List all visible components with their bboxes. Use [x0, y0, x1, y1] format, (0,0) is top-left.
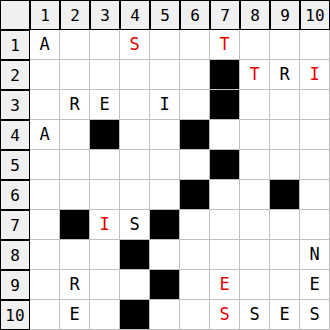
row-header-6: 6	[0, 180, 30, 210]
black-cell-r10c4	[120, 300, 150, 330]
cell-r1c4[interactable]: S	[120, 30, 150, 60]
cell-r6c1[interactable]	[30, 180, 60, 210]
black-cell-r2c7	[210, 60, 240, 90]
cell-r10c1[interactable]	[30, 300, 60, 330]
cell-r1c1[interactable]: A	[30, 30, 60, 60]
cell-r7c7[interactable]	[210, 210, 240, 240]
cell-r5c4[interactable]	[120, 150, 150, 180]
cell-r6c5[interactable]	[150, 180, 180, 210]
cell-r3c9[interactable]	[270, 90, 300, 120]
cell-r3c4[interactable]	[120, 90, 150, 120]
crossword-board: 123456789101AST2TRI3REI4A567IS8N9REE10ES…	[0, 0, 330, 330]
cell-r6c4[interactable]	[120, 180, 150, 210]
cell-r10c5[interactable]	[150, 300, 180, 330]
black-cell-r5c7	[210, 150, 240, 180]
cell-r10c3[interactable]	[90, 300, 120, 330]
cell-r4c2[interactable]	[60, 120, 90, 150]
cell-r2c6[interactable]	[180, 60, 210, 90]
cell-r2c3[interactable]	[90, 60, 120, 90]
cell-r6c10[interactable]	[300, 180, 330, 210]
cell-r2c10[interactable]: I	[300, 60, 330, 90]
cell-r8c10[interactable]: N	[300, 240, 330, 270]
cell-r3c8[interactable]	[240, 90, 270, 120]
row-header-1: 1	[0, 30, 30, 60]
row-header-5: 5	[0, 150, 30, 180]
cell-r8c7[interactable]	[210, 240, 240, 270]
row-header-10: 10	[0, 300, 30, 330]
cell-r10c7[interactable]: S	[210, 300, 240, 330]
col-header-5: 5	[150, 0, 180, 30]
row-header-7: 7	[0, 210, 30, 240]
cell-r4c5[interactable]	[150, 120, 180, 150]
row-header-2: 2	[0, 60, 30, 90]
cell-r9c7[interactable]: E	[210, 270, 240, 300]
cell-r1c6[interactable]	[180, 30, 210, 60]
col-header-2: 2	[60, 0, 90, 30]
cell-r4c9[interactable]	[270, 120, 300, 150]
cell-r7c3[interactable]: I	[90, 210, 120, 240]
cell-r6c8[interactable]	[240, 180, 270, 210]
cell-r8c2[interactable]	[60, 240, 90, 270]
cell-r2c2[interactable]	[60, 60, 90, 90]
cell-r4c4[interactable]	[120, 120, 150, 150]
row-header-4: 4	[0, 120, 30, 150]
cell-r8c6[interactable]	[180, 240, 210, 270]
black-cell-r9c5	[150, 270, 180, 300]
cell-r3c2[interactable]: R	[60, 90, 90, 120]
col-header-3: 3	[90, 0, 120, 30]
cell-r2c8[interactable]: T	[240, 60, 270, 90]
black-cell-r4c6	[180, 120, 210, 150]
cell-r1c5[interactable]	[150, 30, 180, 60]
cell-r7c1[interactable]	[30, 210, 60, 240]
cell-r7c10[interactable]	[300, 210, 330, 240]
black-cell-r8c4	[120, 240, 150, 270]
cell-r8c9[interactable]	[270, 240, 300, 270]
row-header-3: 3	[0, 90, 30, 120]
cell-r9c9[interactable]	[270, 270, 300, 300]
cell-r2c5[interactable]	[150, 60, 180, 90]
cell-r9c2[interactable]: R	[60, 270, 90, 300]
cell-r1c10[interactable]	[300, 30, 330, 60]
corner-cell	[0, 0, 30, 30]
cell-r1c9[interactable]	[270, 30, 300, 60]
cell-r7c6[interactable]	[180, 210, 210, 240]
cell-r9c10[interactable]: E	[300, 270, 330, 300]
cell-r6c3[interactable]	[90, 180, 120, 210]
cell-r5c6[interactable]	[180, 150, 210, 180]
cell-r2c9[interactable]: R	[270, 60, 300, 90]
cell-r5c8[interactable]	[240, 150, 270, 180]
cell-r3c3[interactable]: E	[90, 90, 120, 120]
cell-r1c2[interactable]	[60, 30, 90, 60]
col-header-10: 10	[300, 0, 330, 30]
cell-r6c2[interactable]	[60, 180, 90, 210]
cell-r6c7[interactable]	[210, 180, 240, 210]
cell-r5c2[interactable]	[60, 150, 90, 180]
cell-r1c3[interactable]	[90, 30, 120, 60]
row-header-9: 9	[0, 270, 30, 300]
cell-r3c1[interactable]	[30, 90, 60, 120]
cell-r5c1[interactable]	[30, 150, 60, 180]
cell-r4c1[interactable]: A	[30, 120, 60, 150]
cell-r1c8[interactable]	[240, 30, 270, 60]
cell-r9c8[interactable]	[240, 270, 270, 300]
col-header-7: 7	[210, 0, 240, 30]
black-cell-r6c6	[180, 180, 210, 210]
cell-r9c4[interactable]	[120, 270, 150, 300]
cell-r7c4[interactable]: S	[120, 210, 150, 240]
col-header-1: 1	[30, 0, 60, 30]
cell-r10c10[interactable]: S	[300, 300, 330, 330]
cell-r9c1[interactable]	[30, 270, 60, 300]
cell-r5c3[interactable]	[90, 150, 120, 180]
cell-r8c1[interactable]	[30, 240, 60, 270]
cell-r5c10[interactable]	[300, 150, 330, 180]
cell-r9c3[interactable]	[90, 270, 120, 300]
cell-r1c7[interactable]: T	[210, 30, 240, 60]
col-header-6: 6	[180, 0, 210, 30]
cell-r8c8[interactable]	[240, 240, 270, 270]
cell-r5c9[interactable]	[270, 150, 300, 180]
cell-r2c1[interactable]	[30, 60, 60, 90]
cell-r7c8[interactable]	[240, 210, 270, 240]
col-header-9: 9	[270, 0, 300, 30]
cell-r8c3[interactable]	[90, 240, 120, 270]
row-header-8: 8	[0, 240, 30, 270]
cell-r3c5[interactable]: I	[150, 90, 180, 120]
cell-r3c10[interactable]	[300, 90, 330, 120]
black-cell-r4c3	[90, 120, 120, 150]
cell-r7c9[interactable]	[270, 210, 300, 240]
col-header-4: 4	[120, 0, 150, 30]
cell-r9c6[interactable]	[180, 270, 210, 300]
cell-r4c7[interactable]	[210, 120, 240, 150]
cell-r3c6[interactable]	[180, 90, 210, 120]
black-cell-r7c2	[60, 210, 90, 240]
cell-r8c5[interactable]	[150, 240, 180, 270]
cell-r10c8[interactable]: S	[240, 300, 270, 330]
cell-r2c4[interactable]	[120, 60, 150, 90]
cell-r10c6[interactable]	[180, 300, 210, 330]
cell-r4c10[interactable]	[300, 120, 330, 150]
black-cell-r6c9	[270, 180, 300, 210]
cell-r5c5[interactable]	[150, 150, 180, 180]
cell-r10c9[interactable]: E	[270, 300, 300, 330]
cell-r4c8[interactable]	[240, 120, 270, 150]
black-cell-r3c7	[210, 90, 240, 120]
cell-r10c2[interactable]: E	[60, 300, 90, 330]
black-cell-r7c5	[150, 210, 180, 240]
col-header-8: 8	[240, 0, 270, 30]
